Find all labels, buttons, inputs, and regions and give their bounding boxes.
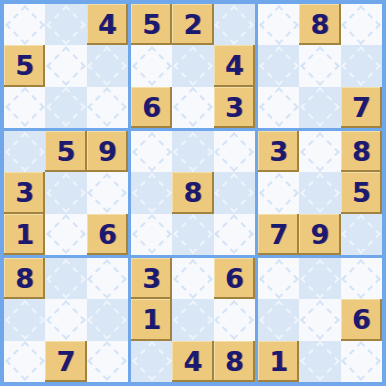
cell-r5c9-given: 5 (341, 172, 382, 213)
box-1: 45 (4, 4, 128, 128)
diamond-icon (46, 215, 86, 255)
cell-r8c1[interactable] (4, 299, 45, 340)
cell-r4c9-given: 8 (341, 131, 382, 172)
cell-r9c6-given: 8 (214, 341, 255, 382)
diamond-icon (5, 342, 45, 382)
cell-r4c6[interactable] (214, 131, 255, 172)
diamond-icon (342, 259, 382, 299)
diamond-icon (46, 5, 86, 45)
cell-r1c6[interactable] (214, 4, 255, 45)
diamond-icon (173, 132, 213, 172)
cell-r6c5[interactable] (172, 214, 213, 255)
cell-r3c3[interactable] (87, 87, 128, 128)
diamond-icon (342, 342, 382, 382)
cell-r2c8[interactable] (299, 45, 340, 86)
diamond-icon (259, 5, 299, 45)
cell-r3c5[interactable] (172, 87, 213, 128)
cell-r3c8[interactable] (299, 87, 340, 128)
cell-r8c4-given: 1 (131, 299, 172, 340)
box-9: 61 (258, 258, 382, 382)
cell-r8c6[interactable] (214, 299, 255, 340)
cell-r9c5-given: 4 (172, 341, 213, 382)
cell-r1c8-given: 8 (299, 4, 340, 45)
cell-r4c2-given: 5 (45, 131, 86, 172)
box-3: 87 (258, 4, 382, 128)
cell-r7c6-given: 6 (214, 258, 255, 299)
diamond-icon (46, 46, 86, 86)
cell-r9c3[interactable] (87, 341, 128, 382)
cell-r3c9-given: 7 (341, 87, 382, 128)
cell-r6c7-given: 7 (258, 214, 299, 255)
cell-r6c9[interactable] (341, 214, 382, 255)
cell-r4c5[interactable] (172, 131, 213, 172)
diamond-icon (46, 88, 86, 128)
diamond-icon (173, 88, 213, 128)
cell-r9c2-given: 7 (45, 341, 86, 382)
cell-r2c7[interactable] (258, 45, 299, 86)
cell-r8c2[interactable] (45, 299, 86, 340)
box-4: 59316 (4, 131, 128, 255)
diamond-icon (259, 46, 299, 86)
diamond-icon (215, 132, 255, 172)
cell-r5c6[interactable] (214, 172, 255, 213)
box-8: 36148 (131, 258, 255, 382)
diamond-icon (173, 46, 213, 86)
cell-r2c5[interactable] (172, 45, 213, 86)
diamond-icon (46, 300, 86, 340)
cell-r3c6-given: 3 (214, 87, 255, 128)
cell-r9c7-given: 1 (258, 341, 299, 382)
diamond-icon (300, 342, 340, 382)
diamond-icon (259, 259, 299, 299)
diamond-icon (88, 342, 128, 382)
diamond-icon (342, 215, 382, 255)
diamond-icon (173, 300, 213, 340)
cell-r3c7[interactable] (258, 87, 299, 128)
diamond-icon (215, 215, 255, 255)
cell-r8c5[interactable] (172, 299, 213, 340)
cell-r7c3[interactable] (87, 258, 128, 299)
cell-r3c1[interactable] (4, 87, 45, 128)
box-6: 38579 (258, 131, 382, 255)
box-2: 52463 (131, 4, 255, 128)
diamond-icon (88, 259, 128, 299)
diamond-icon (215, 300, 255, 340)
diamond-icon (5, 300, 45, 340)
diamond-icon (88, 88, 128, 128)
cell-r5c7[interactable] (258, 172, 299, 213)
box-5: 8 (131, 131, 255, 255)
cell-r7c8[interactable] (299, 258, 340, 299)
diamond-icon (300, 173, 340, 213)
cell-r6c3-given: 6 (87, 214, 128, 255)
cell-r4c8[interactable] (299, 131, 340, 172)
diamond-icon (259, 300, 299, 340)
cell-r5c8[interactable] (299, 172, 340, 213)
diamond-icon (259, 173, 299, 213)
diamond-icon (173, 215, 213, 255)
diamond-icon (215, 5, 255, 45)
diamond-icon (259, 88, 299, 128)
cell-r2c2[interactable] (45, 45, 86, 86)
cell-r6c2[interactable] (45, 214, 86, 255)
cell-r8c8[interactable] (299, 299, 340, 340)
cell-r1c1[interactable] (4, 4, 45, 45)
cell-r4c4[interactable] (131, 131, 172, 172)
diamond-icon (132, 215, 172, 255)
cell-r8c3[interactable] (87, 299, 128, 340)
cell-r7c4-given: 3 (131, 258, 172, 299)
diamond-icon (132, 173, 172, 213)
cell-r2c3[interactable] (87, 45, 128, 86)
cell-r3c2[interactable] (45, 87, 86, 128)
cell-r6c6[interactable] (214, 214, 255, 255)
cell-r2c1-given: 5 (4, 45, 45, 86)
cell-r7c7[interactable] (258, 258, 299, 299)
diamond-icon (342, 46, 382, 86)
cell-r3c4-given: 6 (131, 87, 172, 128)
diamond-icon (300, 300, 340, 340)
cell-r4c1[interactable] (4, 131, 45, 172)
diamond-icon (300, 46, 340, 86)
cell-r9c9[interactable] (341, 341, 382, 382)
cell-r1c4-given: 5 (131, 4, 172, 45)
cell-r1c9[interactable] (341, 4, 382, 45)
diamond-icon (132, 342, 172, 382)
diamond-icon (5, 132, 45, 172)
cell-r1c2[interactable] (45, 4, 86, 45)
cell-r8c9-given: 6 (341, 299, 382, 340)
diamond-icon (342, 5, 382, 45)
cell-r2c9[interactable] (341, 45, 382, 86)
diamond-icon (88, 300, 128, 340)
diamond-icon (46, 173, 86, 213)
cell-r7c9[interactable] (341, 258, 382, 299)
cell-r5c3[interactable] (87, 172, 128, 213)
cell-r1c7[interactable] (258, 4, 299, 45)
cell-r5c1-given: 3 (4, 172, 45, 213)
box-7: 87 (4, 258, 128, 382)
cell-r9c4[interactable] (131, 341, 172, 382)
diamond-icon (300, 88, 340, 128)
diamond-icon (132, 46, 172, 86)
cell-r6c8-given: 9 (299, 214, 340, 255)
diamond-icon (215, 173, 255, 213)
cell-r6c4[interactable] (131, 214, 172, 255)
cell-r5c4[interactable] (131, 172, 172, 213)
diamond-icon (5, 5, 45, 45)
cell-r1c3-given: 4 (87, 4, 128, 45)
cell-r6c1-given: 1 (4, 214, 45, 255)
diamond-icon (5, 88, 45, 128)
cell-r9c1[interactable] (4, 341, 45, 382)
sudoku-board: 45 52463 87 59316 8 38579 87 36148 61 (0, 0, 386, 386)
cell-r4c7-given: 3 (258, 131, 299, 172)
diamond-icon (88, 173, 128, 213)
diamond-icon (173, 259, 213, 299)
cell-r2c6-given: 4 (214, 45, 255, 86)
cell-r1c5-given: 2 (172, 4, 213, 45)
cell-r9c8[interactable] (299, 341, 340, 382)
cell-r5c5-given: 8 (172, 172, 213, 213)
cell-r5c2[interactable] (45, 172, 86, 213)
cell-r7c1-given: 8 (4, 258, 45, 299)
diamond-icon (88, 46, 128, 86)
diamond-icon (46, 259, 86, 299)
diamond-icon (300, 132, 340, 172)
diamond-icon (132, 132, 172, 172)
cell-r7c5[interactable] (172, 258, 213, 299)
cell-r2c4[interactable] (131, 45, 172, 86)
cell-r4c3-given: 9 (87, 131, 128, 172)
diamond-icon (300, 259, 340, 299)
cell-r8c7[interactable] (258, 299, 299, 340)
cell-r7c2[interactable] (45, 258, 86, 299)
